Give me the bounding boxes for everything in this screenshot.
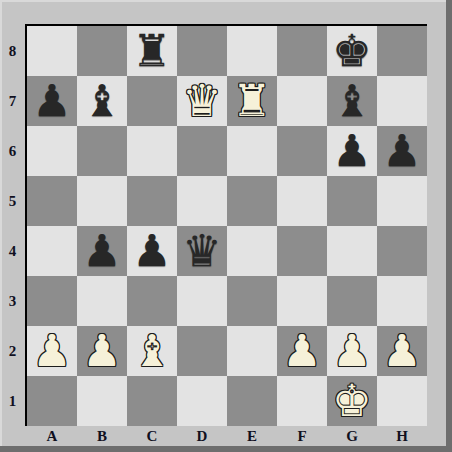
square-c6[interactable] [127, 126, 177, 176]
square-a5[interactable] [27, 176, 77, 226]
square-g1[interactable]: ♚ [327, 376, 377, 426]
square-d7[interactable]: ♛ [177, 76, 227, 126]
file-label-f: F [277, 427, 327, 446]
square-a4[interactable] [27, 226, 77, 276]
square-d6[interactable] [177, 126, 227, 176]
square-a6[interactable] [27, 126, 77, 176]
square-f7[interactable] [277, 76, 327, 126]
square-h5[interactable] [377, 176, 427, 226]
file-label-c: C [127, 427, 177, 446]
white-pawn[interactable]: ♟ [382, 326, 421, 376]
black-bishop[interactable]: ♝ [332, 76, 371, 126]
square-e4[interactable] [227, 226, 277, 276]
square-c4[interactable]: ♟ [127, 226, 177, 276]
square-h7[interactable] [377, 76, 427, 126]
black-pawn[interactable]: ♟ [82, 226, 121, 276]
rank-label-3: 3 [0, 276, 25, 326]
square-d3[interactable] [177, 276, 227, 326]
square-h2[interactable]: ♟ [377, 326, 427, 376]
square-b8[interactable] [77, 26, 127, 76]
square-a2[interactable]: ♟ [27, 326, 77, 376]
square-e7[interactable]: ♜ [227, 76, 277, 126]
square-e1[interactable] [227, 376, 277, 426]
rank-label-4: 4 [0, 226, 25, 276]
square-g8[interactable]: ♚ [327, 26, 377, 76]
chessboard-frame: 87654321 ♜♚♟♝♛♜♝♟♟♟♟♛♟♟♝♟♟♟♚ ABCDEFGH [0, 0, 452, 452]
square-a3[interactable] [27, 276, 77, 326]
white-pawn[interactable]: ♟ [332, 326, 371, 376]
square-b3[interactable] [77, 276, 127, 326]
black-bishop[interactable]: ♝ [82, 76, 121, 126]
square-d8[interactable] [177, 26, 227, 76]
square-g2[interactable]: ♟ [327, 326, 377, 376]
square-e2[interactable] [227, 326, 277, 376]
square-e8[interactable] [227, 26, 277, 76]
square-b4[interactable]: ♟ [77, 226, 127, 276]
file-label-d: D [177, 427, 227, 446]
square-h3[interactable] [377, 276, 427, 326]
square-g5[interactable] [327, 176, 377, 226]
white-rook[interactable]: ♜ [232, 76, 271, 126]
square-c3[interactable] [127, 276, 177, 326]
frame-bevel-top [0, 0, 452, 2]
square-b6[interactable] [77, 126, 127, 176]
rank-labels: 87654321 [0, 26, 25, 426]
square-f8[interactable] [277, 26, 327, 76]
square-f4[interactable] [277, 226, 327, 276]
square-c7[interactable] [127, 76, 177, 126]
black-pawn[interactable]: ♟ [332, 126, 371, 176]
square-c8[interactable]: ♜ [127, 26, 177, 76]
black-pawn[interactable]: ♟ [382, 126, 421, 176]
square-g6[interactable]: ♟ [327, 126, 377, 176]
square-d1[interactable] [177, 376, 227, 426]
chessboard: ♜♚♟♝♛♜♝♟♟♟♟♛♟♟♝♟♟♟♚ [25, 24, 427, 426]
square-b2[interactable]: ♟ [77, 326, 127, 376]
square-d2[interactable] [177, 326, 227, 376]
file-label-g: G [327, 427, 377, 446]
black-pawn[interactable]: ♟ [132, 226, 171, 276]
rank-label-2: 2 [0, 326, 25, 376]
square-a1[interactable] [27, 376, 77, 426]
file-label-h: H [377, 427, 427, 446]
square-f3[interactable] [277, 276, 327, 326]
square-b5[interactable] [77, 176, 127, 226]
frame-bevel-bottom [0, 446, 452, 452]
white-pawn[interactable]: ♟ [32, 326, 71, 376]
square-f2[interactable]: ♟ [277, 326, 327, 376]
rank-label-6: 6 [0, 126, 25, 176]
square-b1[interactable] [77, 376, 127, 426]
square-b7[interactable]: ♝ [77, 76, 127, 126]
black-king[interactable]: ♚ [332, 26, 371, 76]
square-a7[interactable]: ♟ [27, 76, 77, 126]
rank-label-1: 1 [0, 376, 25, 426]
rank-label-8: 8 [0, 26, 25, 76]
file-label-b: B [77, 427, 127, 446]
square-h4[interactable] [377, 226, 427, 276]
square-h1[interactable] [377, 376, 427, 426]
square-e5[interactable] [227, 176, 277, 226]
square-c5[interactable] [127, 176, 177, 226]
white-king[interactable]: ♚ [332, 376, 371, 426]
rank-label-5: 5 [0, 176, 25, 226]
square-f6[interactable] [277, 126, 327, 176]
square-f1[interactable] [277, 376, 327, 426]
white-pawn[interactable]: ♟ [282, 326, 321, 376]
square-d4[interactable]: ♛ [177, 226, 227, 276]
rank-label-7: 7 [0, 76, 25, 126]
square-g4[interactable] [327, 226, 377, 276]
file-label-e: E [227, 427, 277, 446]
square-h6[interactable]: ♟ [377, 126, 427, 176]
square-c2[interactable]: ♝ [127, 326, 177, 376]
square-h8[interactable] [377, 26, 427, 76]
square-c1[interactable] [127, 376, 177, 426]
square-a8[interactable] [27, 26, 77, 76]
square-e3[interactable] [227, 276, 277, 326]
square-d5[interactable] [177, 176, 227, 226]
white-bishop[interactable]: ♝ [132, 326, 171, 376]
white-queen[interactable]: ♛ [182, 76, 221, 126]
black-rook[interactable]: ♜ [132, 26, 171, 76]
white-pawn[interactable]: ♟ [82, 326, 121, 376]
black-pawn[interactable]: ♟ [32, 76, 71, 126]
square-g3[interactable] [327, 276, 377, 326]
square-g7[interactable]: ♝ [327, 76, 377, 126]
file-labels: ABCDEFGH [27, 427, 427, 446]
square-f5[interactable] [277, 176, 327, 226]
square-e6[interactable] [227, 126, 277, 176]
file-label-a: A [27, 427, 77, 446]
black-queen[interactable]: ♛ [182, 226, 221, 276]
frame-bevel-right [446, 0, 452, 452]
